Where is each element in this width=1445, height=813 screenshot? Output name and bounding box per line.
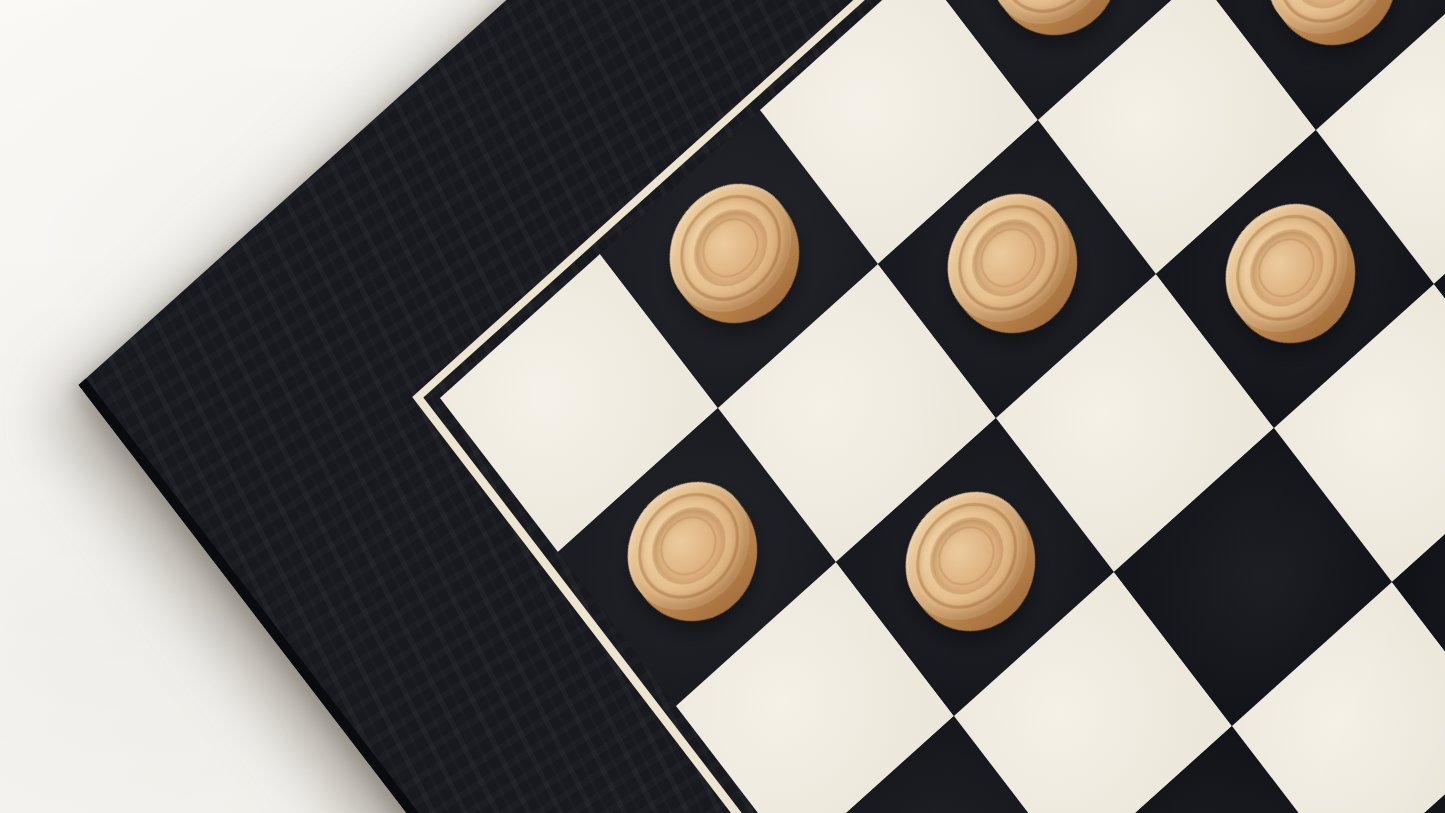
photo-scene bbox=[0, 0, 1445, 813]
checkers-board bbox=[440, 0, 1445, 813]
